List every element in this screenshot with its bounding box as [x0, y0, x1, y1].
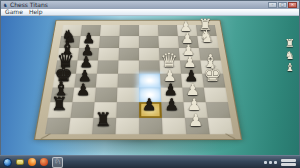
white-knight[interactable]: ♞ [199, 28, 214, 45]
black-rook[interactable]: ♜ [51, 95, 67, 113]
title-bar: ♞ Chess Titans – ▢ ✕ [1, 1, 299, 9]
board-square[interactable] [116, 118, 140, 134]
board-square[interactable] [95, 88, 118, 103]
board-square[interactable] [118, 60, 139, 73]
white-pawn[interactable]: ♟ [189, 113, 204, 130]
board-square[interactable] [100, 25, 120, 36]
screen: ♞ Chess Titans – ▢ ✕ Game Help ♟♜♞♟♟♞♝♟♟… [0, 0, 300, 168]
board-square[interactable] [117, 74, 139, 88]
menu-item-help[interactable]: Help [27, 9, 45, 15]
system-tray [264, 159, 297, 166]
start-button[interactable] [3, 158, 12, 167]
white-king[interactable]: ♚ [203, 64, 221, 84]
captured-pieces-tray: ♜♞♝ [285, 38, 295, 74]
captured-white-bishop: ♝ [285, 62, 295, 74]
chess-titans-taskbar-icon[interactable]: ♘ [52, 157, 63, 168]
board-square[interactable] [139, 118, 163, 134]
board-square[interactable] [204, 88, 228, 103]
minimize-button[interactable]: – [268, 2, 277, 8]
tray-clock[interactable] [281, 159, 296, 166]
tray-icon[interactable] [274, 161, 277, 164]
board-square[interactable] [139, 60, 160, 73]
board-square[interactable] [117, 88, 139, 103]
menu-bar: Game Help [1, 9, 299, 16]
board-square[interactable] [158, 25, 178, 36]
maximize-button[interactable]: ▢ [278, 2, 287, 8]
board-square[interactable] [139, 36, 159, 48]
black-rook[interactable]: ♜ [95, 111, 112, 130]
board-square[interactable] [119, 25, 138, 36]
move-hint-square[interactable] [139, 74, 161, 88]
board-square[interactable] [70, 102, 94, 118]
window-controls: – ▢ ✕ [268, 2, 297, 8]
board-square[interactable] [118, 48, 138, 61]
taskbar: ♘ [0, 155, 300, 168]
board-square[interactable] [208, 118, 234, 134]
board-square[interactable] [99, 36, 119, 48]
black-pawn[interactable]: ♟ [165, 97, 179, 113]
board-square[interactable] [119, 36, 139, 48]
menu-item-game[interactable]: Game [3, 9, 25, 15]
board-square[interactable] [97, 60, 119, 73]
game-scene: ♟♜♞♟♟♞♝♟♟♛♟♛♟♝♚♟♟♟♚♝♟♟♟♜♟♟♟♜♟ ♜♞♝ [1, 16, 299, 156]
app-icon: ♞ [3, 3, 8, 8]
board-square[interactable] [158, 36, 178, 48]
black-pawn[interactable]: ♟ [76, 83, 90, 99]
board-square[interactable] [139, 48, 160, 61]
board-square[interactable] [45, 118, 71, 134]
close-button[interactable]: ✕ [288, 2, 297, 8]
tray-icon[interactable] [264, 161, 267, 164]
chess-titans-window: ♞ Chess Titans – ▢ ✕ Game Help ♟♜♞♟♟♞♝♟♟… [0, 0, 300, 155]
firefox-taskbar-icon[interactable] [28, 158, 36, 166]
board-square[interactable] [68, 118, 93, 134]
explorer-taskbar-icon[interactable] [16, 159, 24, 165]
board-square[interactable] [96, 74, 118, 88]
tray-icon[interactable] [269, 161, 272, 164]
board-square[interactable] [162, 118, 186, 134]
black-pawn[interactable]: ♟ [142, 97, 156, 113]
board-square[interactable] [139, 25, 158, 36]
board-square[interactable] [98, 48, 119, 61]
board-square[interactable] [206, 102, 231, 118]
mail-taskbar-icon[interactable] [40, 158, 48, 166]
board-square[interactable] [116, 102, 139, 118]
